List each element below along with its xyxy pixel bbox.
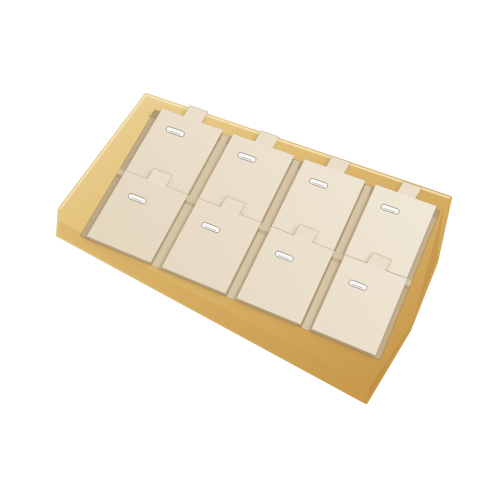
product-photo xyxy=(0,0,500,500)
jewelry-tray-illustration xyxy=(0,0,500,500)
